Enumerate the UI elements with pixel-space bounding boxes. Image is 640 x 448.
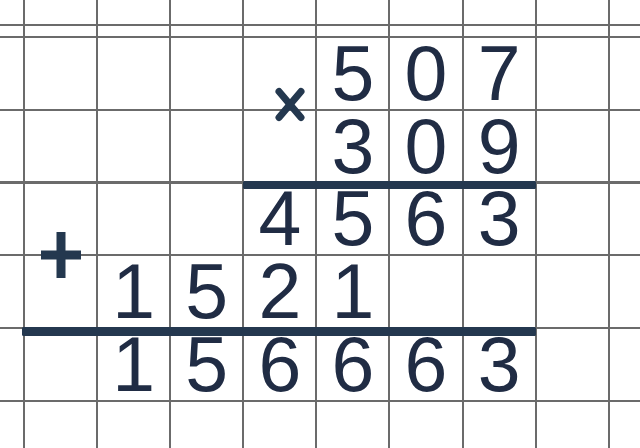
result-digit-2: 5 — [170, 328, 243, 401]
multiplier-digit-tens: 0 — [389, 110, 462, 183]
result-digit-5: 6 — [389, 328, 462, 401]
partial-product-2-digit-3: 2 — [243, 255, 316, 328]
multiplicand-digit-tens: 0 — [389, 37, 462, 110]
multiplier-digit-ones: 9 — [463, 110, 536, 183]
product-rule — [243, 181, 536, 189]
board: 50730945631521156663 — [0, 0, 640, 448]
multiplicand-digit-ones: 7 — [463, 37, 536, 110]
partial-product-1-digit-3: 6 — [389, 183, 462, 256]
partial-product-1-digit-2: 5 — [316, 183, 389, 256]
result-digit-3: 6 — [243, 328, 316, 401]
partial-product-1-digit-1: 4 — [243, 183, 316, 256]
partial-product-2-digit-2: 5 — [170, 255, 243, 328]
result-digit-1: 1 — [97, 328, 170, 401]
plus-sign — [24, 183, 97, 329]
partial-product-2-digit-4: 1 — [316, 255, 389, 328]
sum-rule — [22, 327, 536, 336]
multiply-sign — [243, 37, 316, 183]
partial-product-1-digit-4: 3 — [463, 183, 536, 256]
result-digit-4: 6 — [316, 328, 389, 401]
multiplier-digit-hundreds: 3 — [316, 110, 389, 183]
multiplicand-digit-hundreds: 5 — [316, 37, 389, 110]
result-digit-6: 3 — [463, 328, 536, 401]
plus-icon — [41, 232, 81, 278]
multiply-icon — [275, 87, 305, 122]
partial-product-2-digit-1: 1 — [97, 255, 170, 328]
